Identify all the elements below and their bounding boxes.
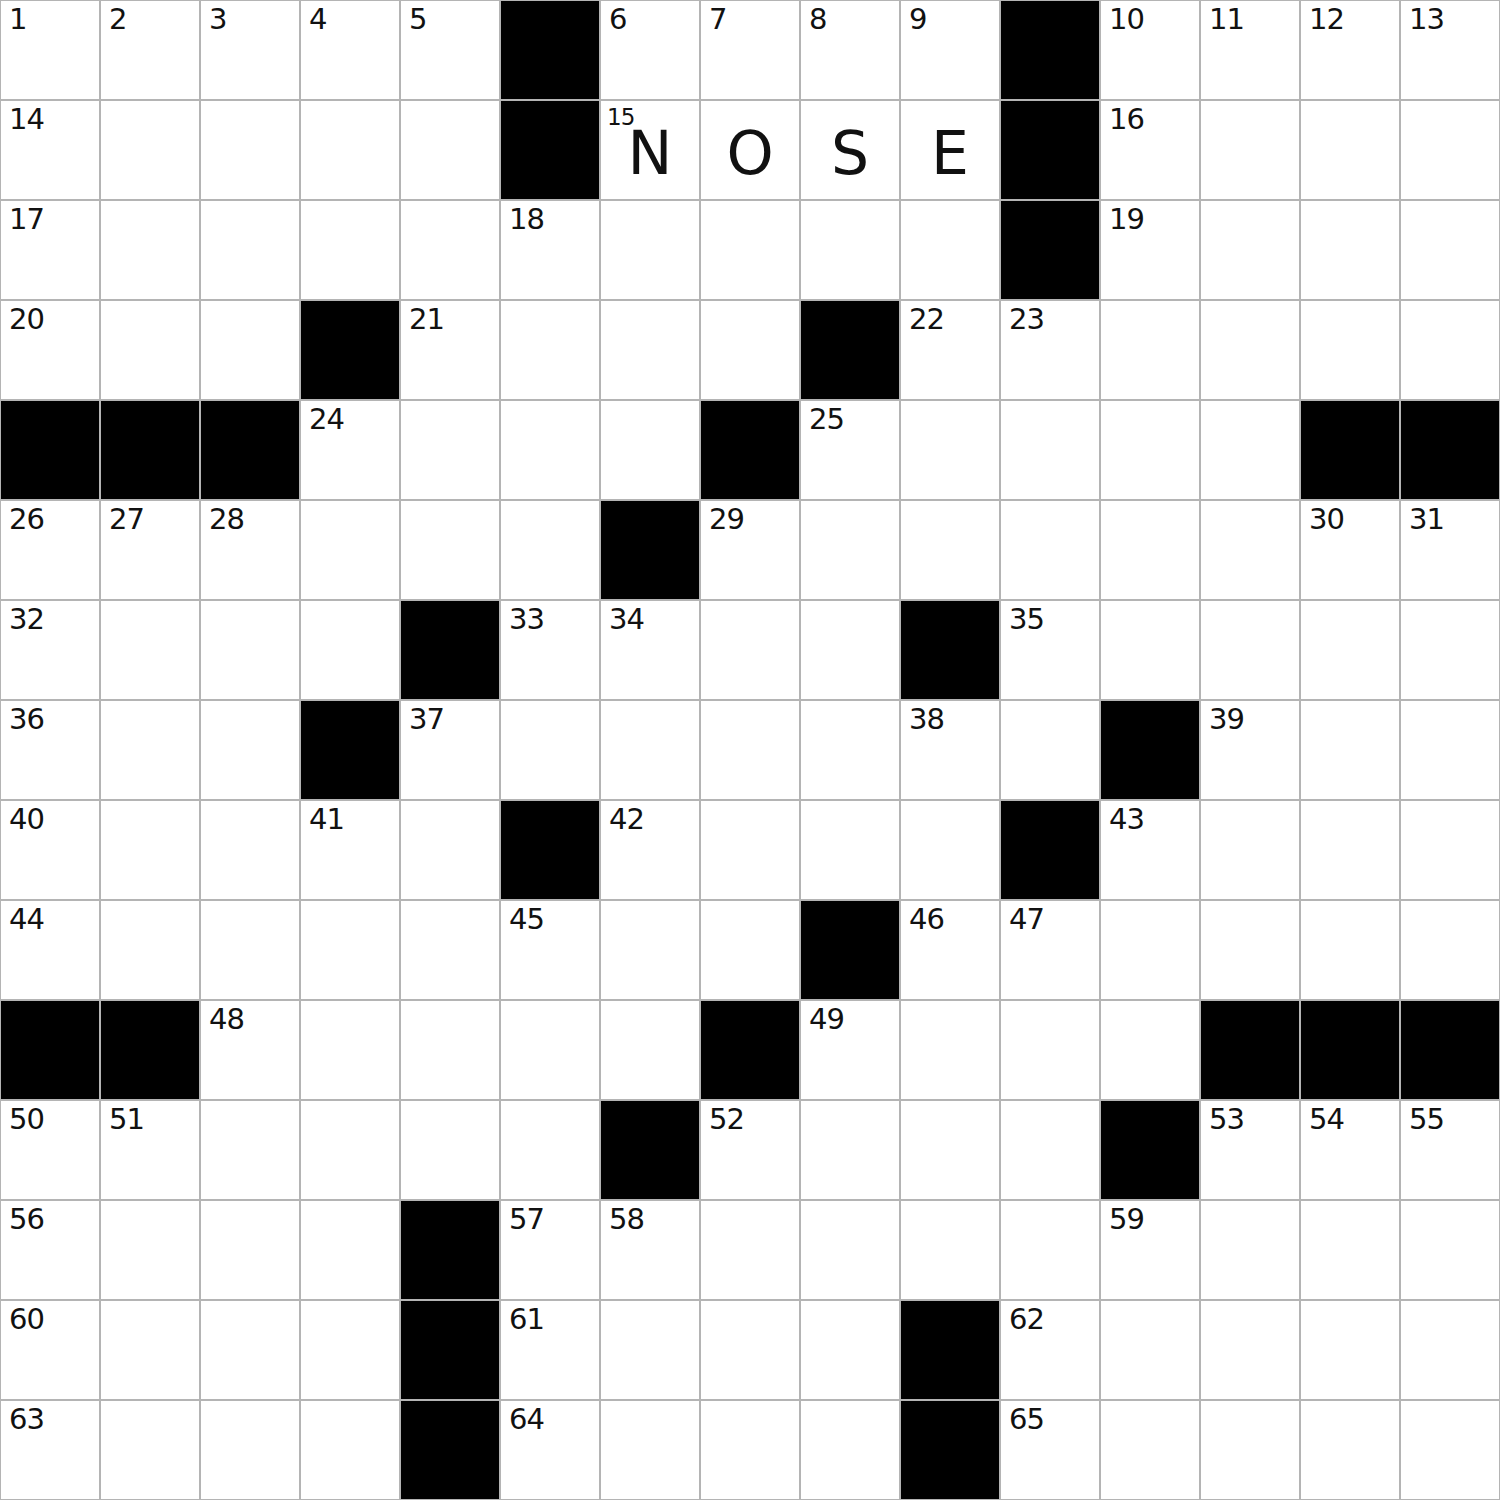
clue-number: 64 bbox=[509, 1404, 544, 1436]
black-cell bbox=[1400, 1000, 1500, 1100]
black-cell bbox=[1000, 800, 1100, 900]
grid-cell-r9c2[interactable] bbox=[200, 900, 300, 1000]
clue-number: 40 bbox=[9, 804, 44, 836]
grid-cell-r14c2[interactable] bbox=[200, 1400, 300, 1500]
grid-cell-r6c7[interactable] bbox=[700, 600, 800, 700]
grid-cell-r10c11[interactable] bbox=[1100, 1000, 1200, 1100]
grid-cell-r2c13[interactable] bbox=[1300, 200, 1400, 300]
grid-cell-r1c7[interactable]: O bbox=[700, 100, 800, 200]
black-cell bbox=[400, 1200, 500, 1300]
grid-cell-r7c6[interactable] bbox=[600, 700, 700, 800]
grid-cell-r5c1[interactable]: 27 bbox=[100, 500, 200, 600]
grid-cell-r1c6[interactable]: 15N bbox=[600, 100, 700, 200]
black-cell bbox=[400, 1400, 500, 1500]
grid-cell-r6c3[interactable] bbox=[300, 600, 400, 700]
clue-number: 47 bbox=[1009, 904, 1044, 936]
cell-letter: N bbox=[601, 101, 699, 199]
grid-cell-r12c9[interactable] bbox=[900, 1200, 1000, 1300]
grid-cell-r5c3[interactable] bbox=[300, 500, 400, 600]
grid-cell-r12c14[interactable] bbox=[1400, 1200, 1500, 1300]
grid-cell-r4c11[interactable] bbox=[1100, 400, 1200, 500]
grid-cell-r3c2[interactable] bbox=[200, 300, 300, 400]
clue-number: 43 bbox=[1109, 804, 1144, 836]
black-cell bbox=[800, 300, 900, 400]
grid-cell-r9c14[interactable] bbox=[1400, 900, 1500, 1000]
grid-cell-r9c5[interactable]: 45 bbox=[500, 900, 600, 1000]
grid-cell-r1c12[interactable] bbox=[1200, 100, 1300, 200]
grid-cell-r12c10[interactable] bbox=[1000, 1200, 1100, 1300]
grid-cell-r14c5[interactable]: 64 bbox=[500, 1400, 600, 1500]
clue-number: 34 bbox=[609, 604, 644, 636]
grid-cell-r0c14[interactable]: 13 bbox=[1400, 0, 1500, 100]
grid-cell-r5c9[interactable] bbox=[900, 500, 1000, 600]
grid-cell-r0c6[interactable]: 6 bbox=[600, 0, 700, 100]
grid-cell-r2c11[interactable]: 19 bbox=[1100, 200, 1200, 300]
grid-cell-r11c12[interactable]: 53 bbox=[1200, 1100, 1300, 1200]
grid-cell-r14c1[interactable] bbox=[100, 1400, 200, 1500]
grid-cell-r6c0[interactable]: 32 bbox=[0, 600, 100, 700]
grid-cell-r11c8[interactable] bbox=[800, 1100, 900, 1200]
grid-cell-r6c1[interactable] bbox=[100, 600, 200, 700]
clue-number: 21 bbox=[409, 304, 444, 336]
grid-cell-r7c1[interactable] bbox=[100, 700, 200, 800]
grid-cell-r9c10[interactable]: 47 bbox=[1000, 900, 1100, 1000]
grid-cell-r6c2[interactable] bbox=[200, 600, 300, 700]
clue-number: 26 bbox=[9, 504, 44, 536]
grid-cell-r13c11[interactable] bbox=[1100, 1300, 1200, 1400]
grid-cell-r6c14[interactable] bbox=[1400, 600, 1500, 700]
grid-cell-r14c14[interactable] bbox=[1400, 1400, 1500, 1500]
clue-number: 50 bbox=[9, 1104, 44, 1136]
grid-cell-r3c7[interactable] bbox=[700, 300, 800, 400]
grid-cell-r1c0[interactable]: 14 bbox=[0, 100, 100, 200]
grid-cell-r2c1[interactable] bbox=[100, 200, 200, 300]
grid-cell-r2c2[interactable] bbox=[200, 200, 300, 300]
black-cell bbox=[400, 600, 500, 700]
grid-cell-r4c5[interactable] bbox=[500, 400, 600, 500]
black-cell bbox=[900, 1300, 1000, 1400]
grid-cell-r9c11[interactable] bbox=[1100, 900, 1200, 1000]
grid-cell-r0c11[interactable]: 10 bbox=[1100, 0, 1200, 100]
clue-number: 10 bbox=[1109, 4, 1144, 36]
grid-cell-r6c13[interactable] bbox=[1300, 600, 1400, 700]
clue-number: 28 bbox=[209, 504, 244, 536]
clue-number: 2 bbox=[109, 4, 126, 36]
black-cell bbox=[500, 0, 600, 100]
grid-cell-r8c3[interactable]: 41 bbox=[300, 800, 400, 900]
grid-cell-r7c8[interactable] bbox=[800, 700, 900, 800]
black-cell bbox=[400, 1300, 500, 1400]
grid-cell-r4c10[interactable] bbox=[1000, 400, 1100, 500]
grid-cell-r1c4[interactable] bbox=[400, 100, 500, 200]
grid-cell-r9c13[interactable] bbox=[1300, 900, 1400, 1000]
grid-cell-r8c9[interactable] bbox=[900, 800, 1000, 900]
grid-cell-r7c14[interactable] bbox=[1400, 700, 1500, 800]
black-cell bbox=[900, 600, 1000, 700]
grid-cell-r7c4[interactable]: 37 bbox=[400, 700, 500, 800]
clue-number: 60 bbox=[9, 1304, 44, 1336]
clue-number: 23 bbox=[1009, 304, 1044, 336]
clue-number: 12 bbox=[1309, 4, 1344, 36]
grid-cell-r8c13[interactable] bbox=[1300, 800, 1400, 900]
black-cell bbox=[1300, 400, 1400, 500]
grid-cell-r9c9[interactable]: 46 bbox=[900, 900, 1000, 1000]
clue-number: 5 bbox=[409, 4, 426, 36]
grid-cell-r8c8[interactable] bbox=[800, 800, 900, 900]
grid-cell-r0c0[interactable]: 1 bbox=[0, 0, 100, 100]
grid-cell-r6c8[interactable] bbox=[800, 600, 900, 700]
grid-cell-r12c3[interactable] bbox=[300, 1200, 400, 1300]
grid-cell-r10c5[interactable] bbox=[500, 1000, 600, 1100]
grid-cell-r5c2[interactable]: 28 bbox=[200, 500, 300, 600]
black-cell bbox=[1200, 1000, 1300, 1100]
clue-number: 44 bbox=[9, 904, 44, 936]
clue-number: 37 bbox=[409, 704, 444, 736]
grid-cell-r3c4[interactable]: 21 bbox=[400, 300, 500, 400]
grid-cell-r2c9[interactable] bbox=[900, 200, 1000, 300]
clue-number: 17 bbox=[9, 204, 44, 236]
grid-cell-r1c3[interactable] bbox=[300, 100, 400, 200]
clue-number: 1 bbox=[9, 4, 26, 36]
grid-cell-r12c12[interactable] bbox=[1200, 1200, 1300, 1300]
clue-number: 45 bbox=[509, 904, 544, 936]
grid-cell-r9c7[interactable] bbox=[700, 900, 800, 1000]
clue-number: 6 bbox=[609, 4, 626, 36]
clue-number: 13 bbox=[1409, 4, 1444, 36]
grid-cell-r8c14[interactable] bbox=[1400, 800, 1500, 900]
clue-number: 39 bbox=[1209, 704, 1244, 736]
grid-cell-r13c3[interactable] bbox=[300, 1300, 400, 1400]
grid-cell-r7c10[interactable] bbox=[1000, 700, 1100, 800]
cell-letter: S bbox=[801, 101, 899, 199]
grid-cell-r0c9[interactable]: 9 bbox=[900, 0, 1000, 100]
black-cell bbox=[1100, 700, 1200, 800]
clue-number: 32 bbox=[9, 604, 44, 636]
grid-cell-r2c12[interactable] bbox=[1200, 200, 1300, 300]
clue-number: 33 bbox=[509, 604, 544, 636]
grid-cell-r13c2[interactable] bbox=[200, 1300, 300, 1400]
grid-cell-r4c12[interactable] bbox=[1200, 400, 1300, 500]
grid-cell-r3c0[interactable]: 20 bbox=[0, 300, 100, 400]
clue-number: 51 bbox=[109, 1104, 144, 1136]
grid-cell-r14c7[interactable] bbox=[700, 1400, 800, 1500]
clue-number: 55 bbox=[1409, 1104, 1444, 1136]
grid-cell-r5c14[interactable]: 31 bbox=[1400, 500, 1500, 600]
clue-number: 24 bbox=[309, 404, 344, 436]
grid-cell-r0c2[interactable]: 3 bbox=[200, 0, 300, 100]
grid-cell-r3c5[interactable] bbox=[500, 300, 600, 400]
grid-cell-r13c8[interactable] bbox=[800, 1300, 900, 1400]
black-cell bbox=[700, 400, 800, 500]
grid-cell-r11c4[interactable] bbox=[400, 1100, 500, 1200]
grid-cell-r0c4[interactable]: 5 bbox=[400, 0, 500, 100]
grid-cell-r8c1[interactable] bbox=[100, 800, 200, 900]
clue-number: 27 bbox=[109, 504, 144, 536]
black-cell bbox=[500, 100, 600, 200]
grid-cell-r6c10[interactable]: 35 bbox=[1000, 600, 1100, 700]
grid-cell-r11c0[interactable]: 50 bbox=[0, 1100, 100, 1200]
grid-cell-r12c6[interactable]: 58 bbox=[600, 1200, 700, 1300]
clue-number: 42 bbox=[609, 804, 644, 836]
grid-cell-r4c4[interactable] bbox=[400, 400, 500, 500]
clue-number: 61 bbox=[509, 1304, 544, 1336]
grid-cell-r11c1[interactable]: 51 bbox=[100, 1100, 200, 1200]
grid-cell-r11c9[interactable] bbox=[900, 1100, 1000, 1200]
grid-cell-r7c12[interactable]: 39 bbox=[1200, 700, 1300, 800]
grid-cell-r10c6[interactable] bbox=[600, 1000, 700, 1100]
grid-cell-r0c1[interactable]: 2 bbox=[100, 0, 200, 100]
grid-cell-r5c13[interactable]: 30 bbox=[1300, 500, 1400, 600]
clue-number: 18 bbox=[509, 204, 544, 236]
grid-cell-r7c9[interactable]: 38 bbox=[900, 700, 1000, 800]
clue-number: 35 bbox=[1009, 604, 1044, 636]
grid-cell-r4c3[interactable]: 24 bbox=[300, 400, 400, 500]
grid-cell-r8c11[interactable]: 43 bbox=[1100, 800, 1200, 900]
black-cell bbox=[500, 800, 600, 900]
grid-cell-r1c11[interactable]: 16 bbox=[1100, 100, 1200, 200]
grid-cell-r1c1[interactable] bbox=[100, 100, 200, 200]
grid-cell-r2c8[interactable] bbox=[800, 200, 900, 300]
grid-cell-r7c13[interactable] bbox=[1300, 700, 1400, 800]
grid-cell-r2c3[interactable] bbox=[300, 200, 400, 300]
black-cell bbox=[1400, 400, 1500, 500]
black-cell bbox=[700, 1000, 800, 1100]
black-cell bbox=[1300, 1000, 1400, 1100]
clue-number: 52 bbox=[709, 1104, 744, 1136]
grid-cell-r0c12[interactable]: 11 bbox=[1200, 0, 1300, 100]
grid-cell-r8c6[interactable]: 42 bbox=[600, 800, 700, 900]
clue-number: 62 bbox=[1009, 1304, 1044, 1336]
grid-cell-r13c10[interactable]: 62 bbox=[1000, 1300, 1100, 1400]
clue-number: 56 bbox=[9, 1204, 44, 1236]
clue-number: 19 bbox=[1109, 204, 1144, 236]
grid-cell-r14c8[interactable] bbox=[800, 1400, 900, 1500]
grid-cell-r3c12[interactable] bbox=[1200, 300, 1300, 400]
grid-cell-r6c12[interactable] bbox=[1200, 600, 1300, 700]
grid-cell-r5c0[interactable]: 26 bbox=[0, 500, 100, 600]
grid-cell-r10c10[interactable] bbox=[1000, 1000, 1100, 1100]
grid-cell-r1c8[interactable]: S bbox=[800, 100, 900, 200]
grid-cell-r3c14[interactable] bbox=[1400, 300, 1500, 400]
grid-cell-r7c7[interactable] bbox=[700, 700, 800, 800]
grid-cell-r13c6[interactable] bbox=[600, 1300, 700, 1400]
cell-letter: O bbox=[701, 101, 799, 199]
grid-cell-r2c4[interactable] bbox=[400, 200, 500, 300]
clue-number: 22 bbox=[909, 304, 944, 336]
black-cell bbox=[300, 700, 400, 800]
grid-cell-r1c14[interactable] bbox=[1400, 100, 1500, 200]
clue-number: 49 bbox=[809, 1004, 844, 1036]
clue-number: 8 bbox=[809, 4, 826, 36]
clue-number: 16 bbox=[1109, 104, 1144, 136]
grid-cell-r14c13[interactable] bbox=[1300, 1400, 1400, 1500]
grid-cell-r0c3[interactable]: 4 bbox=[300, 0, 400, 100]
grid-cell-r14c12[interactable] bbox=[1200, 1400, 1300, 1500]
grid-cell-r2c14[interactable] bbox=[1400, 200, 1500, 300]
grid-cell-r14c3[interactable] bbox=[300, 1400, 400, 1500]
grid-cell-r14c0[interactable]: 63 bbox=[0, 1400, 100, 1500]
grid-cell-r12c2[interactable] bbox=[200, 1200, 300, 1300]
grid-cell-r5c5[interactable] bbox=[500, 500, 600, 600]
grid-cell-r14c10[interactable]: 65 bbox=[1000, 1400, 1100, 1500]
grid-cell-r5c10[interactable] bbox=[1000, 500, 1100, 600]
cell-letter: E bbox=[901, 101, 999, 199]
clue-number: 48 bbox=[209, 1004, 244, 1036]
grid-cell-r5c7[interactable]: 29 bbox=[700, 500, 800, 600]
grid-cell-r12c13[interactable] bbox=[1300, 1200, 1400, 1300]
grid-cell-r8c7[interactable] bbox=[700, 800, 800, 900]
grid-cell-r1c2[interactable] bbox=[200, 100, 300, 200]
clue-number: 53 bbox=[1209, 1104, 1244, 1136]
black-cell bbox=[300, 300, 400, 400]
grid-cell-r11c10[interactable] bbox=[1000, 1100, 1100, 1200]
grid-cell-r9c6[interactable] bbox=[600, 900, 700, 1000]
black-cell bbox=[0, 400, 100, 500]
clue-number: 4 bbox=[309, 4, 326, 36]
grid-cell-r9c0[interactable]: 44 bbox=[0, 900, 100, 1000]
clue-number: 41 bbox=[309, 804, 344, 836]
grid-cell-r11c2[interactable] bbox=[200, 1100, 300, 1200]
grid-cell-r13c12[interactable] bbox=[1200, 1300, 1300, 1400]
grid-cell-r7c5[interactable] bbox=[500, 700, 600, 800]
grid-cell-r5c12[interactable] bbox=[1200, 500, 1300, 600]
grid-cell-r12c5[interactable]: 57 bbox=[500, 1200, 600, 1300]
grid-cell-r14c11[interactable] bbox=[1100, 1400, 1200, 1500]
black-cell bbox=[600, 1100, 700, 1200]
grid-cell-r8c12[interactable] bbox=[1200, 800, 1300, 900]
clue-number: 7 bbox=[709, 4, 726, 36]
clue-number: 11 bbox=[1209, 4, 1244, 36]
clue-number: 9 bbox=[909, 4, 926, 36]
grid-cell-r13c13[interactable] bbox=[1300, 1300, 1400, 1400]
grid-cell-r13c14[interactable] bbox=[1400, 1300, 1500, 1400]
grid-cell-r3c1[interactable] bbox=[100, 300, 200, 400]
grid-cell-r9c1[interactable] bbox=[100, 900, 200, 1000]
clue-number: 57 bbox=[509, 1204, 544, 1236]
crossword-board: 123456789101112131415NOSE161718192021222… bbox=[0, 0, 1500, 1500]
grid-cell-r7c0[interactable]: 36 bbox=[0, 700, 100, 800]
clue-number: 63 bbox=[9, 1404, 44, 1436]
grid-cell-r3c13[interactable] bbox=[1300, 300, 1400, 400]
grid-cell-r8c2[interactable] bbox=[200, 800, 300, 900]
grid-cell-r10c2[interactable]: 48 bbox=[200, 1000, 300, 1100]
clue-number: 30 bbox=[1309, 504, 1344, 536]
grid-cell-r13c5[interactable]: 61 bbox=[500, 1300, 600, 1400]
grid-cell-r3c11[interactable] bbox=[1100, 300, 1200, 400]
clue-number: 65 bbox=[1009, 1404, 1044, 1436]
clue-number: 58 bbox=[609, 1204, 644, 1236]
grid-cell-r11c3[interactable] bbox=[300, 1100, 400, 1200]
black-cell bbox=[900, 1400, 1000, 1500]
clue-number: 29 bbox=[709, 504, 744, 536]
grid-cell-r0c7[interactable]: 7 bbox=[700, 0, 800, 100]
grid-cell-r6c6[interactable]: 34 bbox=[600, 600, 700, 700]
black-cell bbox=[100, 400, 200, 500]
grid-cell-r5c4[interactable] bbox=[400, 500, 500, 600]
grid-cell-r7c2[interactable] bbox=[200, 700, 300, 800]
grid-cell-r6c11[interactable] bbox=[1100, 600, 1200, 700]
clue-number: 46 bbox=[909, 904, 944, 936]
grid-cell-r12c1[interactable] bbox=[100, 1200, 200, 1300]
grid-cell-r6c5[interactable]: 33 bbox=[500, 600, 600, 700]
grid-cell-r14c6[interactable] bbox=[600, 1400, 700, 1500]
grid-cell-r12c7[interactable] bbox=[700, 1200, 800, 1300]
grid-cell-r2c7[interactable] bbox=[700, 200, 800, 300]
grid-cell-r10c9[interactable] bbox=[900, 1000, 1000, 1100]
clue-number: 31 bbox=[1409, 504, 1444, 536]
grid-cell-r12c11[interactable]: 59 bbox=[1100, 1200, 1200, 1300]
grid-cell-r1c13[interactable] bbox=[1300, 100, 1400, 200]
grid-cell-r9c3[interactable] bbox=[300, 900, 400, 1000]
grid-cell-r12c0[interactable]: 56 bbox=[0, 1200, 100, 1300]
grid-cell-r0c13[interactable]: 12 bbox=[1300, 0, 1400, 100]
black-cell bbox=[1000, 200, 1100, 300]
clue-number: 36 bbox=[9, 704, 44, 736]
grid-cell-r4c9[interactable] bbox=[900, 400, 1000, 500]
grid-cell-r11c7[interactable]: 52 bbox=[700, 1100, 800, 1200]
black-cell bbox=[1000, 100, 1100, 200]
grid-cell-r11c5[interactable] bbox=[500, 1100, 600, 1200]
grid-cell-r3c10[interactable]: 23 bbox=[1000, 300, 1100, 400]
grid-cell-r13c1[interactable] bbox=[100, 1300, 200, 1400]
grid-cell-r2c0[interactable]: 17 bbox=[0, 200, 100, 300]
grid-cell-r3c6[interactable] bbox=[600, 300, 700, 400]
clue-number: 20 bbox=[9, 304, 44, 336]
grid-cell-r9c12[interactable] bbox=[1200, 900, 1300, 1000]
black-cell bbox=[0, 1000, 100, 1100]
clue-number: 14 bbox=[9, 104, 44, 136]
grid-cell-r9c4[interactable] bbox=[400, 900, 500, 1000]
grid-cell-r10c3[interactable] bbox=[300, 1000, 400, 1100]
grid-cell-r2c5[interactable]: 18 bbox=[500, 200, 600, 300]
grid-cell-r12c8[interactable] bbox=[800, 1200, 900, 1300]
clue-number: 25 bbox=[809, 404, 844, 436]
clue-number: 38 bbox=[909, 704, 944, 736]
black-cell bbox=[200, 400, 300, 500]
black-cell bbox=[1000, 0, 1100, 100]
clue-number: 59 bbox=[1109, 1204, 1144, 1236]
grid-cell-r8c4[interactable] bbox=[400, 800, 500, 900]
grid-cell-r4c6[interactable] bbox=[600, 400, 700, 500]
grid-cell-r13c0[interactable]: 60 bbox=[0, 1300, 100, 1400]
black-cell bbox=[1100, 1100, 1200, 1200]
grid-cell-r0c8[interactable]: 8 bbox=[800, 0, 900, 100]
grid-cell-r11c14[interactable]: 55 bbox=[1400, 1100, 1500, 1200]
grid-cell-r13c7[interactable] bbox=[700, 1300, 800, 1400]
grid-cell-r1c9[interactable]: E bbox=[900, 100, 1000, 200]
grid-cell-r2c6[interactable] bbox=[600, 200, 700, 300]
grid-cell-r8c0[interactable]: 40 bbox=[0, 800, 100, 900]
grid-cell-r5c8[interactable] bbox=[800, 500, 900, 600]
black-cell bbox=[100, 1000, 200, 1100]
grid-cell-r11c13[interactable]: 54 bbox=[1300, 1100, 1400, 1200]
clue-number: 3 bbox=[209, 4, 226, 36]
black-cell bbox=[800, 900, 900, 1000]
grid-cell-r3c9[interactable]: 22 bbox=[900, 300, 1000, 400]
black-cell bbox=[600, 500, 700, 600]
grid-cell-r5c11[interactable] bbox=[1100, 500, 1200, 600]
clue-number: 54 bbox=[1309, 1104, 1344, 1136]
grid-cell-r10c4[interactable] bbox=[400, 1000, 500, 1100]
grid-cell-r4c8[interactable]: 25 bbox=[800, 400, 900, 500]
grid-cell-r10c8[interactable]: 49 bbox=[800, 1000, 900, 1100]
